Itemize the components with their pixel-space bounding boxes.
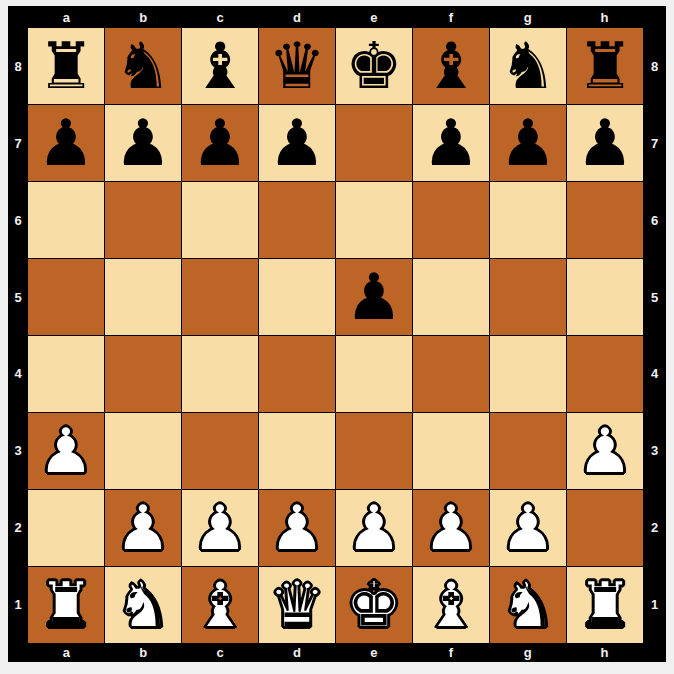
square-g4[interactable] [490, 336, 566, 412]
rank-label-5-left: 5 [8, 259, 28, 336]
piece-black-pawn[interactable]: ♟ [268, 105, 325, 181]
rank-label-4-right: 4 [643, 336, 666, 413]
square-d6[interactable] [259, 182, 335, 258]
piece-black-knight[interactable]: ♞ [114, 28, 171, 104]
piece-white-knight[interactable]: ♞ [114, 567, 171, 643]
square-e8[interactable]: ♚ [336, 28, 412, 104]
piece-black-bishop[interactable]: ♝ [191, 28, 248, 104]
rank-label-8-right: 8 [643, 28, 666, 105]
piece-white-pawn[interactable]: ♟ [499, 490, 556, 566]
square-f3[interactable] [413, 413, 489, 489]
square-f2[interactable]: ♟ [413, 490, 489, 566]
square-a5[interactable] [28, 259, 104, 335]
square-b2[interactable]: ♟ [105, 490, 181, 566]
piece-black-pawn[interactable]: ♟ [576, 105, 633, 181]
rank-label-4-left: 4 [8, 336, 28, 413]
file-label-h-top: h [566, 6, 643, 28]
piece-black-pawn[interactable]: ♟ [37, 105, 94, 181]
square-g6[interactable] [490, 182, 566, 258]
piece-white-rook[interactable]: ♜ [37, 567, 94, 643]
square-g3[interactable] [490, 413, 566, 489]
file-label-c-top: c [182, 6, 259, 28]
square-b6[interactable] [105, 182, 181, 258]
square-f6[interactable] [413, 182, 489, 258]
square-h2[interactable] [567, 490, 643, 566]
square-g5[interactable] [490, 259, 566, 335]
file-label-d-top: d [259, 6, 336, 28]
square-d8[interactable]: ♛ [259, 28, 335, 104]
square-c6[interactable] [182, 182, 258, 258]
board-frame: abcdefgh abcdefgh 87654321 87654321 ♜♞♝♛… [8, 6, 666, 662]
piece-white-queen[interactable]: ♛ [268, 567, 325, 643]
chess-board: ♜♞♝♛♚♝♞♜♟♟♟♟♟♟♟♟♟♟♟♟♟♟♟♟♜♞♝♛♚♝♞♜ [28, 28, 643, 643]
square-b4[interactable] [105, 336, 181, 412]
rank-label-7-right: 7 [643, 105, 666, 182]
rank-label-6-right: 6 [643, 182, 666, 259]
square-a6[interactable] [28, 182, 104, 258]
rank-label-3-right: 3 [643, 412, 666, 489]
piece-white-pawn[interactable]: ♟ [268, 490, 325, 566]
square-b8[interactable]: ♞ [105, 28, 181, 104]
square-e1[interactable]: ♚ [336, 567, 412, 643]
square-e4[interactable] [336, 336, 412, 412]
rank-label-5-right: 5 [643, 259, 666, 336]
square-c8[interactable]: ♝ [182, 28, 258, 104]
square-f8[interactable]: ♝ [413, 28, 489, 104]
rank-label-6-left: 6 [8, 182, 28, 259]
piece-white-bishop[interactable]: ♝ [422, 567, 479, 643]
piece-black-king[interactable]: ♚ [345, 28, 402, 104]
square-b1[interactable]: ♞ [105, 567, 181, 643]
square-e3[interactable] [336, 413, 412, 489]
file-label-h-bottom: h [566, 643, 643, 662]
square-a1[interactable]: ♜ [28, 567, 104, 643]
square-f5[interactable] [413, 259, 489, 335]
square-d1[interactable]: ♛ [259, 567, 335, 643]
rank-labels-right: 87654321 [643, 28, 666, 643]
piece-black-rook[interactable]: ♜ [576, 28, 633, 104]
square-g2[interactable]: ♟ [490, 490, 566, 566]
square-a4[interactable] [28, 336, 104, 412]
square-f7[interactable]: ♟ [413, 105, 489, 181]
piece-white-bishop[interactable]: ♝ [191, 567, 248, 643]
square-b3[interactable] [105, 413, 181, 489]
file-label-f-top: f [412, 6, 489, 28]
file-label-f-bottom: f [412, 643, 489, 662]
rank-label-8-left: 8 [8, 28, 28, 105]
square-c3[interactable] [182, 413, 258, 489]
square-h3[interactable]: ♟ [567, 413, 643, 489]
square-b5[interactable] [105, 259, 181, 335]
square-d2[interactable]: ♟ [259, 490, 335, 566]
file-label-b-bottom: b [105, 643, 182, 662]
square-d7[interactable]: ♟ [259, 105, 335, 181]
piece-black-rook[interactable]: ♜ [37, 28, 94, 104]
piece-black-pawn[interactable]: ♟ [114, 105, 171, 181]
piece-white-pawn[interactable]: ♟ [114, 490, 171, 566]
square-d3[interactable] [259, 413, 335, 489]
square-f1[interactable]: ♝ [413, 567, 489, 643]
square-b7[interactable]: ♟ [105, 105, 181, 181]
file-labels-bottom: abcdefgh [28, 643, 643, 662]
square-c2[interactable]: ♟ [182, 490, 258, 566]
square-a8[interactable]: ♜ [28, 28, 104, 104]
piece-black-knight[interactable]: ♞ [499, 28, 556, 104]
file-label-c-bottom: c [182, 643, 259, 662]
piece-black-queen[interactable]: ♛ [268, 28, 325, 104]
piece-white-pawn[interactable]: ♟ [191, 490, 248, 566]
square-e5[interactable]: ♟ [336, 259, 412, 335]
square-c5[interactable] [182, 259, 258, 335]
square-a3[interactable]: ♟ [28, 413, 104, 489]
square-g8[interactable]: ♞ [490, 28, 566, 104]
square-h4[interactable] [567, 336, 643, 412]
piece-white-pawn[interactable]: ♟ [37, 413, 94, 489]
square-h8[interactable]: ♜ [567, 28, 643, 104]
square-g1[interactable]: ♞ [490, 567, 566, 643]
square-c7[interactable]: ♟ [182, 105, 258, 181]
square-c4[interactable] [182, 336, 258, 412]
piece-black-pawn[interactable]: ♟ [499, 105, 556, 181]
piece-black-pawn[interactable]: ♟ [422, 105, 479, 181]
file-label-a-bottom: a [28, 643, 105, 662]
square-h7[interactable]: ♟ [567, 105, 643, 181]
piece-black-pawn[interactable]: ♟ [345, 259, 402, 335]
file-label-g-bottom: g [489, 643, 566, 662]
square-f4[interactable] [413, 336, 489, 412]
rank-labels-left: 87654321 [8, 28, 28, 643]
piece-black-bishop[interactable]: ♝ [422, 28, 479, 104]
square-e6[interactable] [336, 182, 412, 258]
square-h1[interactable]: ♜ [567, 567, 643, 643]
file-label-b-top: b [105, 6, 182, 28]
file-label-e-bottom: e [336, 643, 413, 662]
piece-white-knight[interactable]: ♞ [499, 567, 556, 643]
file-labels-top: abcdefgh [28, 6, 643, 28]
square-g7[interactable]: ♟ [490, 105, 566, 181]
piece-black-pawn[interactable]: ♟ [191, 105, 248, 181]
square-c1[interactable]: ♝ [182, 567, 258, 643]
rank-label-2-left: 2 [8, 489, 28, 566]
square-h6[interactable] [567, 182, 643, 258]
piece-white-king[interactable]: ♚ [345, 567, 402, 643]
rank-label-1-left: 1 [8, 566, 28, 643]
square-d5[interactable] [259, 259, 335, 335]
square-e7[interactable] [336, 105, 412, 181]
rank-label-7-left: 7 [8, 105, 28, 182]
square-a7[interactable]: ♟ [28, 105, 104, 181]
square-d4[interactable] [259, 336, 335, 412]
piece-white-pawn[interactable]: ♟ [576, 413, 633, 489]
file-label-g-top: g [489, 6, 566, 28]
rank-label-1-right: 1 [643, 566, 666, 643]
rank-label-3-left: 3 [8, 412, 28, 489]
square-e2[interactable]: ♟ [336, 490, 412, 566]
rank-label-2-right: 2 [643, 489, 666, 566]
piece-white-pawn[interactable]: ♟ [422, 490, 479, 566]
piece-white-rook[interactable]: ♜ [576, 567, 633, 643]
piece-white-pawn[interactable]: ♟ [345, 490, 402, 566]
file-label-d-bottom: d [259, 643, 336, 662]
square-a2[interactable] [28, 490, 104, 566]
file-label-a-top: a [28, 6, 105, 28]
square-h5[interactable] [567, 259, 643, 335]
file-label-e-top: e [336, 6, 413, 28]
